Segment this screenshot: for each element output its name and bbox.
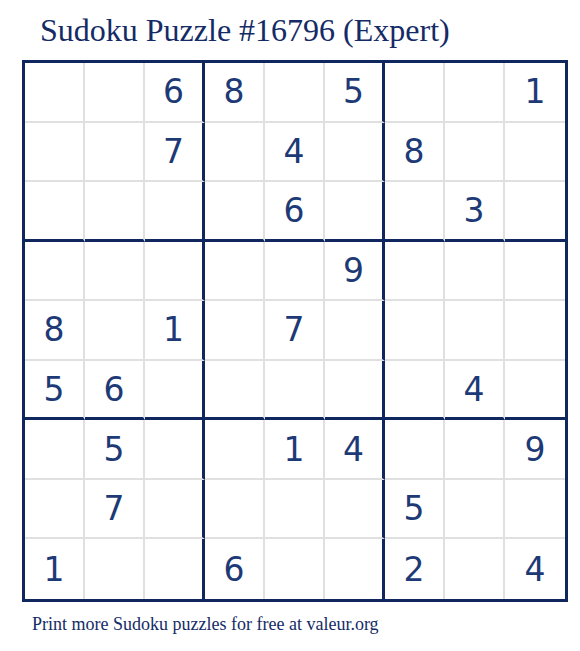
cell-r2c1[interactable] (25, 123, 85, 183)
cell-r2c4[interactable] (205, 123, 265, 183)
cell-r6c2[interactable]: 6 (85, 361, 145, 421)
cell-r3c6[interactable] (325, 182, 385, 242)
cell-r6c3[interactable] (145, 361, 205, 421)
cell-r8c3[interactable] (145, 480, 205, 540)
cell-r9c6[interactable] (325, 539, 385, 599)
cell-r1c2[interactable] (85, 63, 145, 123)
cell-r1c4[interactable]: 8 (205, 63, 265, 123)
cell-r3c2[interactable] (85, 182, 145, 242)
cell-r9c2[interactable] (85, 539, 145, 599)
cell-r3c7[interactable] (385, 182, 445, 242)
cell-r2c3[interactable]: 7 (145, 123, 205, 183)
cell-r4c4[interactable] (205, 242, 265, 302)
cell-r7c7[interactable] (385, 420, 445, 480)
cell-r7c2[interactable]: 5 (85, 420, 145, 480)
cell-r7c6[interactable]: 4 (325, 420, 385, 480)
cell-r1c3[interactable]: 6 (145, 63, 205, 123)
cell-r8c4[interactable] (205, 480, 265, 540)
cell-r8c1[interactable] (25, 480, 85, 540)
cell-r2c8[interactable] (445, 123, 505, 183)
cell-r4c9[interactable] (505, 242, 565, 302)
cell-r6c8[interactable]: 4 (445, 361, 505, 421)
cell-r4c1[interactable] (25, 242, 85, 302)
cell-r1c8[interactable] (445, 63, 505, 123)
cell-r9c9[interactable]: 4 (505, 539, 565, 599)
cell-r5c9[interactable] (505, 301, 565, 361)
cell-r2c5[interactable]: 4 (265, 123, 325, 183)
cell-r2c9[interactable] (505, 123, 565, 183)
cell-r7c8[interactable] (445, 420, 505, 480)
cell-r8c8[interactable] (445, 480, 505, 540)
cell-r7c1[interactable] (25, 420, 85, 480)
cell-r9c3[interactable] (145, 539, 205, 599)
sudoku-board: 68517486398175645149751624 (22, 60, 568, 602)
cell-r1c6[interactable]: 5 (325, 63, 385, 123)
cell-r7c3[interactable] (145, 420, 205, 480)
cell-r7c5[interactable]: 1 (265, 420, 325, 480)
cell-r5c2[interactable] (85, 301, 145, 361)
cell-r2c6[interactable] (325, 123, 385, 183)
cell-r8c5[interactable] (265, 480, 325, 540)
cell-r8c6[interactable] (325, 480, 385, 540)
cell-r1c1[interactable] (25, 63, 85, 123)
sudoku-page: Sudoku Puzzle #16796 (Expert) 6851748639… (0, 0, 580, 651)
cell-r8c2[interactable]: 7 (85, 480, 145, 540)
cell-r7c9[interactable]: 9 (505, 420, 565, 480)
cell-r4c2[interactable] (85, 242, 145, 302)
cell-r9c8[interactable] (445, 539, 505, 599)
cell-r4c5[interactable] (265, 242, 325, 302)
cell-r6c9[interactable] (505, 361, 565, 421)
cell-r5c1[interactable]: 8 (25, 301, 85, 361)
cell-r3c8[interactable]: 3 (445, 182, 505, 242)
cell-r5c3[interactable]: 1 (145, 301, 205, 361)
cell-r9c4[interactable]: 6 (205, 539, 265, 599)
cell-r6c4[interactable] (205, 361, 265, 421)
cell-r4c7[interactable] (385, 242, 445, 302)
page-title: Sudoku Puzzle #16796 (Expert) (40, 12, 450, 49)
cell-r3c5[interactable]: 6 (265, 182, 325, 242)
cell-r5c5[interactable]: 7 (265, 301, 325, 361)
cell-r4c6[interactable]: 9 (325, 242, 385, 302)
cell-r4c8[interactable] (445, 242, 505, 302)
cell-r3c1[interactable] (25, 182, 85, 242)
footer-text: Print more Sudoku puzzles for free at va… (32, 614, 379, 635)
cell-r9c7[interactable]: 2 (385, 539, 445, 599)
cell-r2c2[interactable] (85, 123, 145, 183)
cell-r8c9[interactable] (505, 480, 565, 540)
cell-r7c4[interactable] (205, 420, 265, 480)
cell-r1c7[interactable] (385, 63, 445, 123)
cell-r2c7[interactable]: 8 (385, 123, 445, 183)
cell-r6c6[interactable] (325, 361, 385, 421)
cell-r6c1[interactable]: 5 (25, 361, 85, 421)
cell-r5c6[interactable] (325, 301, 385, 361)
cell-r1c9[interactable]: 1 (505, 63, 565, 123)
cell-r6c7[interactable] (385, 361, 445, 421)
cell-r9c1[interactable]: 1 (25, 539, 85, 599)
cell-r6c5[interactable] (265, 361, 325, 421)
cell-r8c7[interactable]: 5 (385, 480, 445, 540)
cell-r5c4[interactable] (205, 301, 265, 361)
cell-r5c8[interactable] (445, 301, 505, 361)
cell-r3c4[interactable] (205, 182, 265, 242)
cell-r4c3[interactable] (145, 242, 205, 302)
cell-r5c7[interactable] (385, 301, 445, 361)
cell-r3c3[interactable] (145, 182, 205, 242)
cell-r3c9[interactable] (505, 182, 565, 242)
cell-r9c5[interactable] (265, 539, 325, 599)
cell-r1c5[interactable] (265, 63, 325, 123)
